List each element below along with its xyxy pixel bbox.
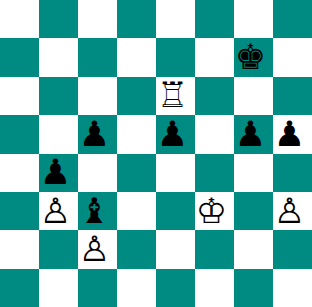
square-h4[interactable] (273, 154, 312, 192)
square-d7[interactable] (117, 38, 156, 76)
square-d6[interactable] (117, 77, 156, 115)
square-f4[interactable] (195, 154, 234, 192)
square-c4[interactable] (78, 154, 117, 192)
square-c2[interactable]: ♙ (78, 230, 117, 268)
square-a1[interactable] (0, 269, 39, 307)
square-h1[interactable] (273, 269, 312, 307)
square-b4[interactable]: ♟ (39, 154, 78, 192)
black-pawn: ♟ (157, 117, 188, 152)
square-f2[interactable] (195, 230, 234, 268)
square-a2[interactable] (0, 230, 39, 268)
square-f7[interactable] (195, 38, 234, 76)
square-f1[interactable] (195, 269, 234, 307)
square-a3[interactable] (0, 192, 39, 230)
black-pawn: ♟ (235, 117, 266, 152)
square-e2[interactable] (156, 230, 195, 268)
square-f8[interactable] (195, 0, 234, 38)
square-b2[interactable] (39, 230, 78, 268)
square-h8[interactable] (273, 0, 312, 38)
white-pawn: ♙ (40, 194, 71, 229)
white-pawn: ♙ (274, 194, 305, 229)
square-e7[interactable] (156, 38, 195, 76)
square-c7[interactable] (78, 38, 117, 76)
square-c5[interactable]: ♟ (78, 115, 117, 153)
square-g7[interactable]: ♚ (234, 38, 273, 76)
chess-board: ♚♖♟♟♟♟♟♙♝♔♙♙ (0, 0, 312, 307)
square-h7[interactable] (273, 38, 312, 76)
square-f5[interactable] (195, 115, 234, 153)
square-f6[interactable] (195, 77, 234, 115)
square-h6[interactable] (273, 77, 312, 115)
square-d8[interactable] (117, 0, 156, 38)
square-a8[interactable] (0, 0, 39, 38)
square-d1[interactable] (117, 269, 156, 307)
black-king: ♚ (235, 40, 266, 75)
square-d2[interactable] (117, 230, 156, 268)
square-b5[interactable] (39, 115, 78, 153)
square-h2[interactable] (273, 230, 312, 268)
square-e3[interactable] (156, 192, 195, 230)
square-b7[interactable] (39, 38, 78, 76)
square-h3[interactable]: ♙ (273, 192, 312, 230)
square-g2[interactable] (234, 230, 273, 268)
white-pawn: ♙ (79, 232, 110, 267)
square-g8[interactable] (234, 0, 273, 38)
square-a5[interactable] (0, 115, 39, 153)
square-e6[interactable]: ♖ (156, 77, 195, 115)
square-g5[interactable]: ♟ (234, 115, 273, 153)
white-rook: ♖ (157, 78, 188, 113)
square-b3[interactable]: ♙ (39, 192, 78, 230)
square-e5[interactable]: ♟ (156, 115, 195, 153)
square-a4[interactable] (0, 154, 39, 192)
square-a6[interactable] (0, 77, 39, 115)
square-g6[interactable] (234, 77, 273, 115)
black-pawn: ♟ (79, 117, 110, 152)
square-c1[interactable] (78, 269, 117, 307)
white-king: ♔ (196, 194, 227, 229)
square-c3[interactable]: ♝ (78, 192, 117, 230)
square-h5[interactable]: ♟ (273, 115, 312, 153)
square-e4[interactable] (156, 154, 195, 192)
square-f3[interactable]: ♔ (195, 192, 234, 230)
square-b1[interactable] (39, 269, 78, 307)
square-c8[interactable] (78, 0, 117, 38)
square-d3[interactable] (117, 192, 156, 230)
square-d4[interactable] (117, 154, 156, 192)
square-b8[interactable] (39, 0, 78, 38)
square-a7[interactable] (0, 38, 39, 76)
black-bishop: ♝ (79, 194, 110, 229)
square-e1[interactable] (156, 269, 195, 307)
square-e8[interactable] (156, 0, 195, 38)
black-pawn: ♟ (274, 117, 305, 152)
square-g4[interactable] (234, 154, 273, 192)
square-d5[interactable] (117, 115, 156, 153)
square-g1[interactable] (234, 269, 273, 307)
square-g3[interactable] (234, 192, 273, 230)
black-pawn: ♟ (40, 155, 71, 190)
square-c6[interactable] (78, 77, 117, 115)
square-b6[interactable] (39, 77, 78, 115)
